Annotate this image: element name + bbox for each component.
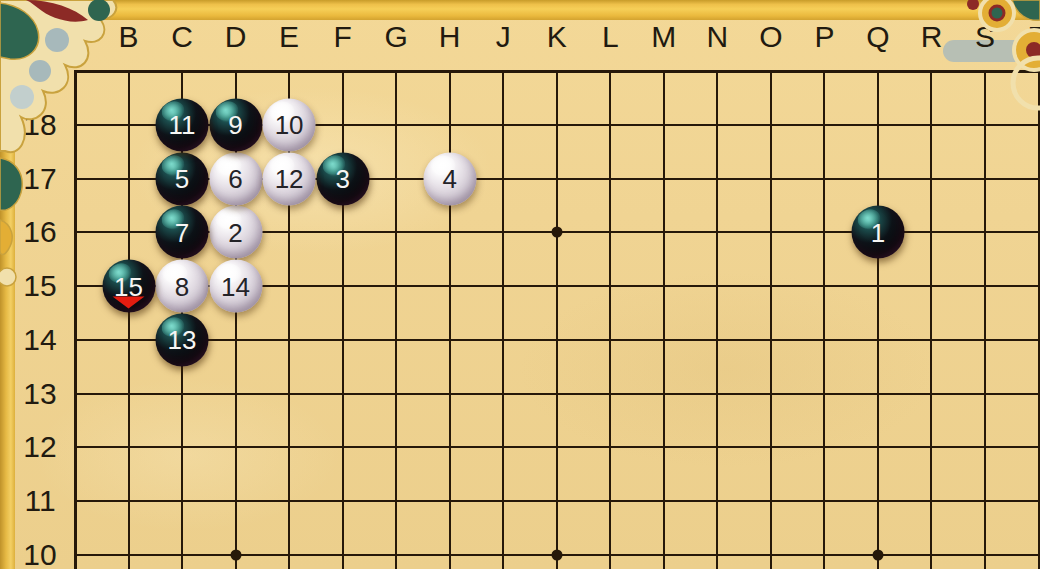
board-cell: [984, 178, 1040, 232]
board-cell: [502, 178, 556, 232]
board-cell: [128, 393, 182, 447]
board-cell: [770, 446, 824, 500]
frame-left-gold-strip: [0, 18, 15, 569]
board-cell: [770, 554, 824, 569]
board-cell: [770, 285, 824, 339]
board-cell: [395, 285, 449, 339]
board-cell: [930, 124, 984, 178]
board-cell: [930, 554, 984, 569]
board-cell: [716, 446, 770, 500]
board-cell: [288, 285, 342, 339]
board-cell: [609, 178, 663, 232]
board-cell: [556, 70, 610, 124]
board-cell: [609, 124, 663, 178]
board-cell: [449, 231, 503, 285]
board-cell: [288, 500, 342, 554]
board-cell: [502, 339, 556, 393]
board-cell: [235, 446, 289, 500]
board-cell: [74, 124, 128, 178]
board-cell: [663, 554, 717, 569]
move-number: 6: [228, 166, 242, 192]
board-cell: [877, 124, 931, 178]
board-cell: [716, 285, 770, 339]
board-cell: [449, 285, 503, 339]
board-cell: [663, 231, 717, 285]
board-cell: [235, 339, 289, 393]
board-cell: [449, 393, 503, 447]
board-cell: [288, 393, 342, 447]
row-label-17: 17: [23, 164, 56, 194]
col-label-A: A: [65, 22, 85, 52]
move-number: 10: [275, 112, 304, 138]
board-cell: [823, 393, 877, 447]
board-cell: [663, 285, 717, 339]
col-label-L: L: [602, 22, 619, 52]
star-point-D10: [230, 550, 241, 561]
move-number: 8: [175, 273, 189, 299]
col-label-B: B: [119, 22, 139, 52]
board-cell: [449, 339, 503, 393]
board-cell: [609, 554, 663, 569]
col-label-Q: Q: [866, 22, 889, 52]
board-cell: [984, 124, 1040, 178]
board-cell: [877, 500, 931, 554]
board-cell: [663, 70, 717, 124]
stone-white-D15[interactable]: 14: [209, 260, 262, 313]
board-cell: [342, 446, 396, 500]
board-cell: [181, 393, 235, 447]
col-label-K: K: [547, 22, 567, 52]
board-cell: [74, 70, 128, 124]
move-number: 3: [335, 166, 349, 192]
board-cell: [502, 70, 556, 124]
board-cell: [930, 500, 984, 554]
row-label-13: 13: [23, 379, 56, 409]
board-cell: [556, 554, 610, 569]
col-label-H: H: [439, 22, 461, 52]
board-cell: [342, 70, 396, 124]
board-cell: [342, 339, 396, 393]
board-cell: [716, 393, 770, 447]
board-cell: [609, 500, 663, 554]
board-cell: [449, 554, 503, 569]
board-cell: [716, 554, 770, 569]
col-label-J: J: [496, 22, 511, 52]
row-label-19: 19: [23, 56, 56, 86]
board-cell: [877, 446, 931, 500]
move-number: 1: [871, 219, 885, 245]
stone-black-C14[interactable]: 13: [156, 313, 209, 366]
move-number: 7: [175, 219, 189, 245]
board-cell: [930, 231, 984, 285]
row-label-11: 11: [24, 486, 55, 516]
board-cell: [716, 178, 770, 232]
board-cell: [823, 339, 877, 393]
col-label-G: G: [385, 22, 408, 52]
board-cell: [877, 339, 931, 393]
board-cell: [663, 500, 717, 554]
board-cell: [395, 500, 449, 554]
board-cell: [181, 554, 235, 569]
board-cell: [556, 178, 610, 232]
board-cell: [984, 554, 1040, 569]
col-label-P: P: [814, 22, 834, 52]
board-cell: [556, 285, 610, 339]
board-cell: [449, 500, 503, 554]
board-cell: [663, 393, 717, 447]
board-cell: [288, 339, 342, 393]
col-label-M: M: [651, 22, 676, 52]
board-cell: [502, 231, 556, 285]
board-cell: [716, 70, 770, 124]
board-cell: [502, 285, 556, 339]
board-cell: [235, 393, 289, 447]
stone-black-C18[interactable]: 11: [156, 98, 209, 151]
stone-white-D16[interactable]: 2: [209, 206, 262, 259]
stone-black-B15[interactable]: 15: [102, 260, 155, 313]
board-cell: [609, 446, 663, 500]
board-cell: [288, 446, 342, 500]
board-cell: [930, 339, 984, 393]
board-cell: [181, 446, 235, 500]
board-cell: [556, 500, 610, 554]
board-cell: [502, 446, 556, 500]
col-label-S: S: [975, 22, 995, 52]
board-cell: [663, 446, 717, 500]
board-cell: [930, 178, 984, 232]
board-cell: [984, 70, 1040, 124]
board-cell: [342, 231, 396, 285]
board-cell: [449, 70, 503, 124]
board-cell: [984, 446, 1040, 500]
stone-black-C17[interactable]: 5: [156, 152, 209, 205]
star-point-Q10: [872, 550, 883, 561]
board-cell: [770, 393, 824, 447]
row-label-18: 18: [23, 110, 56, 140]
board-cell: [502, 393, 556, 447]
board-cell: [984, 339, 1040, 393]
board-cell: [823, 285, 877, 339]
col-label-O: O: [759, 22, 782, 52]
board-cell: [877, 285, 931, 339]
board-cell: [930, 285, 984, 339]
move-number: 5: [175, 166, 189, 192]
board-cell: [716, 339, 770, 393]
last-move-marker: [113, 297, 145, 309]
board-cell: [716, 124, 770, 178]
board-cell: [74, 554, 128, 569]
board-cell: [74, 178, 128, 232]
col-label-C: C: [171, 22, 193, 52]
board-cell: [342, 393, 396, 447]
board-cell: [984, 393, 1040, 447]
stone-white-H17[interactable]: 4: [423, 152, 476, 205]
board-cell: [770, 231, 824, 285]
board-cell: [770, 500, 824, 554]
board-cell: [556, 446, 610, 500]
stone-black-C16[interactable]: 7: [156, 206, 209, 259]
star-point-K10: [551, 550, 562, 561]
board-cell: [716, 231, 770, 285]
move-number: 14: [221, 273, 250, 299]
board-cell: [823, 124, 877, 178]
board-cell: [930, 393, 984, 447]
col-label-D: D: [225, 22, 247, 52]
move-number: 12: [275, 166, 304, 192]
board-cell: [288, 554, 342, 569]
board-cell: [663, 339, 717, 393]
star-point-K16: [551, 227, 562, 238]
frame-top-gold-band: [0, 0, 1040, 20]
board-cell: [823, 554, 877, 569]
move-number: 2: [228, 219, 242, 245]
board-cell: [128, 554, 182, 569]
board-cell: [395, 554, 449, 569]
col-label-R: R: [921, 22, 943, 52]
board-cell: [609, 339, 663, 393]
board-cell: [181, 500, 235, 554]
board-cell: [342, 554, 396, 569]
board-cell: [770, 178, 824, 232]
board-cell: [395, 339, 449, 393]
stone-white-D17[interactable]: 6: [209, 152, 262, 205]
board-cell: [556, 231, 610, 285]
stone-white-E18[interactable]: 10: [263, 98, 316, 151]
row-label-16: 16: [23, 217, 56, 247]
row-label-14: 14: [23, 325, 56, 355]
stone-black-F17[interactable]: 3: [316, 152, 369, 205]
board-cell: [984, 285, 1040, 339]
board-cell: [235, 500, 289, 554]
board-cell: [342, 500, 396, 554]
row-label-10: 10: [23, 540, 56, 569]
board-cell: [395, 231, 449, 285]
board-cell: [663, 124, 717, 178]
board-cell: [342, 285, 396, 339]
board-cell: [609, 70, 663, 124]
board-cell: [556, 339, 610, 393]
board-cell: [877, 393, 931, 447]
col-label-F: F: [333, 22, 351, 52]
row-label-15: 15: [23, 271, 56, 301]
board-cell: [930, 446, 984, 500]
board-cell: [395, 393, 449, 447]
board-cell: [235, 554, 289, 569]
board-cell: [823, 446, 877, 500]
move-number: 4: [442, 166, 456, 192]
go-board-screen: ABCDEFGHJKLMNOPQRST 19181716151413121110…: [0, 0, 1040, 569]
move-number: 11: [169, 112, 196, 138]
board-cell: [930, 70, 984, 124]
board-cell: [823, 500, 877, 554]
board-cell: [770, 70, 824, 124]
board-cell: [556, 124, 610, 178]
board-cell: [984, 500, 1040, 554]
board-cell: [770, 339, 824, 393]
board-cell: [984, 231, 1040, 285]
stone-white-E17[interactable]: 12: [263, 152, 316, 205]
board-cell: [823, 70, 877, 124]
board-cell: [502, 500, 556, 554]
board-cell: [74, 339, 128, 393]
board-cell: [395, 446, 449, 500]
move-number: 15: [114, 273, 143, 299]
board-cell: [395, 70, 449, 124]
col-label-E: E: [279, 22, 299, 52]
move-number: 13: [168, 327, 197, 353]
row-label-12: 12: [23, 432, 56, 462]
board-cell: [128, 446, 182, 500]
board-cell: [770, 124, 824, 178]
board-cell: [877, 554, 931, 569]
board-cell: [74, 393, 128, 447]
board-cell: [716, 500, 770, 554]
col-label-T: T: [1029, 22, 1040, 52]
stone-black-D18[interactable]: 9: [209, 98, 262, 151]
board-cell: [128, 500, 182, 554]
board-cell: [609, 393, 663, 447]
stone-white-C15[interactable]: 8: [156, 260, 209, 313]
move-number: 9: [228, 112, 242, 138]
board-cell: [609, 285, 663, 339]
board-cell: [877, 70, 931, 124]
board-cell: [663, 178, 717, 232]
board-cell: [288, 231, 342, 285]
board-cell: [502, 124, 556, 178]
col-label-N: N: [707, 22, 729, 52]
board-cell: [74, 446, 128, 500]
board-cell: [502, 554, 556, 569]
stone-black-Q16[interactable]: 1: [851, 206, 904, 259]
board-cell: [609, 231, 663, 285]
board-cell: [74, 500, 128, 554]
board-cell: [449, 446, 503, 500]
board-cell: [556, 393, 610, 447]
